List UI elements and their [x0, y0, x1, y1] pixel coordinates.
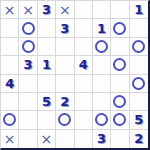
- cell-r7c8: 5: [130, 111, 148, 129]
- cell-r4c2: 3: [19, 56, 37, 74]
- cell-r1c4[interactable]: ×: [56, 1, 74, 19]
- cell-r7c1[interactable]: [1, 111, 19, 129]
- cell-r7c2[interactable]: [19, 111, 37, 129]
- cell-r6c3: 5: [38, 93, 56, 111]
- cell-r3c3[interactable]: [38, 38, 56, 56]
- cell-r1c8: 1: [130, 1, 148, 19]
- cell-r4c7[interactable]: [111, 56, 129, 74]
- clue-number: 4: [79, 58, 88, 71]
- mine-mark-circle-icon: [113, 22, 126, 35]
- cell-r1c5[interactable]: [75, 1, 93, 19]
- cell-r8c3[interactable]: ×: [38, 130, 56, 148]
- clue-number: 1: [97, 22, 106, 35]
- cell-r6c7[interactable]: [111, 93, 129, 111]
- clue-number: 4: [5, 77, 14, 90]
- cell-r1c6[interactable]: [93, 1, 111, 19]
- cell-r8c7[interactable]: [111, 130, 129, 148]
- mine-mark-circle-icon: [22, 40, 35, 53]
- cell-r7c4[interactable]: [56, 111, 74, 129]
- cell-r6c6[interactable]: [93, 93, 111, 111]
- cell-r5c8[interactable]: [130, 75, 148, 93]
- clue-number: 5: [134, 113, 143, 126]
- cell-r5c5[interactable]: [75, 75, 93, 93]
- mine-mark-circle-icon: [113, 58, 126, 71]
- cell-r2c1[interactable]: [1, 19, 19, 37]
- mine-mark-circle-icon: [113, 113, 126, 126]
- cell-r5c6[interactable]: [93, 75, 111, 93]
- cell-r7c3[interactable]: [38, 111, 56, 129]
- cell-r2c6: 1: [93, 19, 111, 37]
- mine-mark-circle-icon: [3, 113, 16, 126]
- cell-r3c6[interactable]: [93, 38, 111, 56]
- clue-number: 3: [42, 3, 51, 16]
- cell-r5c3[interactable]: [38, 75, 56, 93]
- cell-r2c4: 3: [56, 19, 74, 37]
- cell-r4c1[interactable]: [1, 56, 19, 74]
- clue-number: 3: [97, 132, 106, 145]
- mine-mark-circle-icon: [113, 95, 126, 108]
- clue-number: 3: [24, 58, 33, 71]
- cell-r3c2[interactable]: [19, 38, 37, 56]
- clue-number: 1: [134, 3, 143, 16]
- cell-r2c7[interactable]: [111, 19, 129, 37]
- cell-r6c2[interactable]: [19, 93, 37, 111]
- mine-mark-circle-icon: [95, 40, 108, 53]
- empty-mark-cross-icon: ×: [4, 3, 16, 17]
- cell-r6c1[interactable]: [1, 93, 19, 111]
- empty-mark-cross-icon: ×: [41, 132, 53, 146]
- cell-r2c3[interactable]: [38, 19, 56, 37]
- cell-r3c1[interactable]: [1, 38, 19, 56]
- cell-r8c6: 3: [93, 130, 111, 148]
- cell-r3c5[interactable]: [75, 38, 93, 56]
- cell-r8c4[interactable]: [56, 130, 74, 148]
- cell-r1c1[interactable]: ×: [1, 1, 19, 19]
- cell-r6c5[interactable]: [75, 93, 93, 111]
- cell-r1c3: 3: [38, 1, 56, 19]
- cell-r8c8: 2: [130, 130, 148, 148]
- clue-number: 2: [60, 95, 69, 108]
- cell-r3c7[interactable]: [111, 38, 129, 56]
- clue-number: 1: [42, 58, 51, 71]
- cell-r4c6[interactable]: [93, 56, 111, 74]
- cell-r5c1: 4: [1, 75, 19, 93]
- clue-number: 5: [42, 95, 51, 108]
- mine-mark-circle-icon: [132, 77, 145, 90]
- mine-mark-circle-icon: [58, 113, 71, 126]
- cell-r4c4[interactable]: [56, 56, 74, 74]
- cell-r5c7[interactable]: [111, 75, 129, 93]
- mine-mark-circle-icon: [132, 40, 145, 53]
- cell-r1c7[interactable]: [111, 1, 129, 19]
- cell-r2c2[interactable]: [19, 19, 37, 37]
- cell-r2c8[interactable]: [130, 19, 148, 37]
- mine-mark-circle-icon: [22, 22, 35, 35]
- cell-r6c8[interactable]: [130, 93, 148, 111]
- empty-mark-cross-icon: ×: [59, 3, 71, 17]
- mine-mark-circle-icon: [95, 113, 108, 126]
- cell-r4c5: 4: [75, 56, 93, 74]
- clue-number: 3: [60, 22, 69, 35]
- cell-r5c4[interactable]: [56, 75, 74, 93]
- cell-r8c5[interactable]: [75, 130, 93, 148]
- cell-r4c8[interactable]: [130, 56, 148, 74]
- cell-r8c1[interactable]: ×: [1, 130, 19, 148]
- cell-r4c3: 1: [38, 56, 56, 74]
- cell-r3c8[interactable]: [130, 38, 148, 56]
- cell-r1c2[interactable]: ×: [19, 1, 37, 19]
- cell-r5c2[interactable]: [19, 75, 37, 93]
- cell-r2c5[interactable]: [75, 19, 93, 37]
- cell-r7c6[interactable]: [93, 111, 111, 129]
- clue-number: 2: [134, 132, 143, 145]
- empty-mark-cross-icon: ×: [22, 3, 34, 17]
- board: ××3×1313144525××32: [0, 0, 150, 150]
- cell-r3c4[interactable]: [56, 38, 74, 56]
- cell-r7c7[interactable]: [111, 111, 129, 129]
- cell-r6c4: 2: [56, 93, 74, 111]
- cell-r7c5[interactable]: [75, 111, 93, 129]
- cell-r8c2[interactable]: [19, 130, 37, 148]
- empty-mark-cross-icon: ×: [4, 132, 16, 146]
